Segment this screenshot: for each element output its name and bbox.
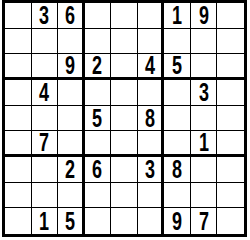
cell-r6c9[interactable] bbox=[217, 131, 244, 157]
cell-r5c5[interactable] bbox=[111, 106, 138, 132]
cell-r7c4[interactable]: 6 bbox=[85, 157, 112, 183]
cell-r1c1[interactable] bbox=[5, 3, 32, 29]
given-digit: 1 bbox=[39, 209, 49, 234]
given-digit: 5 bbox=[172, 54, 182, 78]
cell-r9c5[interactable] bbox=[111, 208, 138, 234]
given-digit: 4 bbox=[39, 80, 49, 105]
cell-r8c4[interactable] bbox=[85, 183, 112, 209]
given-digit: 6 bbox=[65, 3, 75, 28]
cell-r1c7[interactable]: 1 bbox=[164, 3, 191, 29]
cell-r7c3[interactable]: 2 bbox=[58, 157, 85, 183]
cell-r1c9[interactable] bbox=[217, 3, 244, 29]
cell-r2c1[interactable] bbox=[5, 29, 32, 55]
given-digit: 2 bbox=[65, 157, 75, 182]
cell-r2c6[interactable] bbox=[138, 29, 165, 55]
given-digit: 9 bbox=[65, 54, 75, 78]
cell-r2c4[interactable] bbox=[85, 29, 112, 55]
cell-r6c1[interactable] bbox=[5, 131, 32, 157]
cell-r9c4[interactable] bbox=[85, 208, 112, 234]
cell-r9c9[interactable] bbox=[217, 208, 244, 234]
cell-r2c5[interactable] bbox=[111, 29, 138, 55]
cell-r1c8[interactable]: 9 bbox=[191, 3, 218, 29]
cell-r4c3[interactable] bbox=[58, 80, 85, 106]
cell-r1c5[interactable] bbox=[111, 3, 138, 29]
given-digit: 1 bbox=[172, 3, 182, 28]
cell-r4c9[interactable] bbox=[217, 80, 244, 106]
given-digit: 8 bbox=[172, 157, 182, 182]
cell-r1c4[interactable] bbox=[85, 3, 112, 29]
cell-r8c6[interactable] bbox=[138, 183, 165, 209]
cell-r9c6[interactable] bbox=[138, 208, 165, 234]
given-digit: 7 bbox=[39, 131, 49, 155]
cell-r8c1[interactable] bbox=[5, 183, 32, 209]
cell-r5c1[interactable] bbox=[5, 106, 32, 132]
cell-r5c4[interactable]: 5 bbox=[85, 106, 112, 132]
cell-r5c6[interactable]: 8 bbox=[138, 106, 165, 132]
cell-r6c6[interactable] bbox=[138, 131, 165, 157]
cell-r7c5[interactable] bbox=[111, 157, 138, 183]
cell-r3c5[interactable] bbox=[111, 54, 138, 80]
cell-r3c2[interactable] bbox=[32, 54, 59, 80]
given-digit: 6 bbox=[92, 157, 102, 182]
cell-r6c3[interactable] bbox=[58, 131, 85, 157]
cell-r9c8[interactable]: 7 bbox=[191, 208, 218, 234]
cell-r6c5[interactable] bbox=[111, 131, 138, 157]
cell-r5c3[interactable] bbox=[58, 106, 85, 132]
cell-r3c9[interactable] bbox=[217, 54, 244, 80]
given-digit: 2 bbox=[92, 54, 102, 78]
cell-r1c6[interactable] bbox=[138, 3, 165, 29]
cell-r7c1[interactable] bbox=[5, 157, 32, 183]
cell-r3c4[interactable]: 2 bbox=[85, 54, 112, 80]
given-digit: 4 bbox=[145, 54, 155, 78]
cell-r4c2[interactable]: 4 bbox=[32, 80, 59, 106]
cell-r8c9[interactable] bbox=[217, 183, 244, 209]
cell-r4c4[interactable] bbox=[85, 80, 112, 106]
cell-r8c3[interactable] bbox=[58, 183, 85, 209]
cell-r1c2[interactable]: 3 bbox=[32, 3, 59, 29]
cell-r5c8[interactable] bbox=[191, 106, 218, 132]
given-digit: 3 bbox=[145, 157, 155, 182]
cell-r8c5[interactable] bbox=[111, 183, 138, 209]
sudoku-board: 3619924543587126381597 bbox=[2, 0, 247, 237]
given-digit: 9 bbox=[199, 3, 209, 28]
cell-r2c3[interactable] bbox=[58, 29, 85, 55]
cell-r4c5[interactable] bbox=[111, 80, 138, 106]
cell-r2c9[interactable] bbox=[217, 29, 244, 55]
cell-r7c9[interactable] bbox=[217, 157, 244, 183]
cell-r8c8[interactable] bbox=[191, 183, 218, 209]
given-digit: 7 bbox=[199, 209, 209, 234]
given-digit: 5 bbox=[92, 106, 102, 131]
given-digit: 3 bbox=[199, 80, 209, 105]
cell-r5c2[interactable] bbox=[32, 106, 59, 132]
cell-r3c3[interactable]: 9 bbox=[58, 54, 85, 80]
cell-r6c7[interactable] bbox=[164, 131, 191, 157]
cell-r5c9[interactable] bbox=[217, 106, 244, 132]
cell-r6c8[interactable]: 1 bbox=[191, 131, 218, 157]
cell-r3c7[interactable]: 5 bbox=[164, 54, 191, 80]
cell-r2c2[interactable] bbox=[32, 29, 59, 55]
cell-r9c3[interactable]: 5 bbox=[58, 208, 85, 234]
given-digit: 1 bbox=[199, 131, 209, 155]
given-digit: 9 bbox=[172, 209, 182, 234]
cell-r9c1[interactable] bbox=[5, 208, 32, 234]
cell-r4c7[interactable] bbox=[164, 80, 191, 106]
cell-r6c4[interactable] bbox=[85, 131, 112, 157]
cell-r4c1[interactable] bbox=[5, 80, 32, 106]
cell-r2c8[interactable] bbox=[191, 29, 218, 55]
given-digit: 8 bbox=[145, 106, 155, 131]
cell-r9c7[interactable]: 9 bbox=[164, 208, 191, 234]
cell-r3c8[interactable] bbox=[191, 54, 218, 80]
cell-r4c6[interactable] bbox=[138, 80, 165, 106]
cell-r2c7[interactable] bbox=[164, 29, 191, 55]
sudoku-page: 3619924543587126381597 bbox=[0, 0, 250, 240]
cell-r7c8[interactable] bbox=[191, 157, 218, 183]
cell-r7c6[interactable]: 3 bbox=[138, 157, 165, 183]
cell-r7c7[interactable]: 8 bbox=[164, 157, 191, 183]
cell-r4c8[interactable]: 3 bbox=[191, 80, 218, 106]
given-digit: 5 bbox=[65, 209, 75, 234]
cell-r8c2[interactable] bbox=[32, 183, 59, 209]
cell-r8c7[interactable] bbox=[164, 183, 191, 209]
cell-r6c2[interactable]: 7 bbox=[32, 131, 59, 157]
given-digit: 3 bbox=[39, 3, 49, 28]
cell-r5c7[interactable] bbox=[164, 106, 191, 132]
cell-r3c6[interactable]: 4 bbox=[138, 54, 165, 80]
cell-r1c3[interactable]: 6 bbox=[58, 3, 85, 29]
cell-r3c1[interactable] bbox=[5, 54, 32, 80]
cell-r7c2[interactable] bbox=[32, 157, 59, 183]
cell-r9c2[interactable]: 1 bbox=[32, 208, 59, 234]
